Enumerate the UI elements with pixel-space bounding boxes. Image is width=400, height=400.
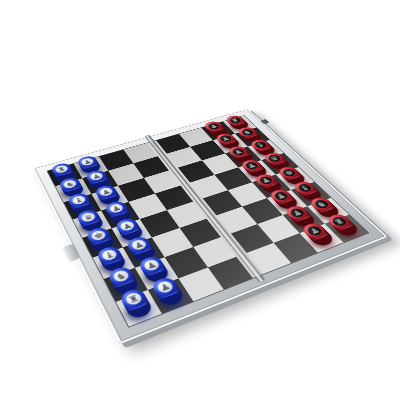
pawn-glyph-icon: ♟ — [305, 225, 324, 237]
knight-glyph-icon: ♞ — [240, 128, 255, 136]
bishop-glyph-icon: ♝ — [100, 248, 118, 261]
pawn-glyph-icon: ♟ — [257, 175, 274, 185]
king-glyph-icon: ♚ — [281, 168, 298, 178]
bishop-glyph-icon: ♝ — [71, 195, 87, 206]
pawn-glyph-icon: ♟ — [230, 147, 246, 156]
rook-glyph-icon: ♜ — [228, 116, 242, 124]
pawn-glyph-icon: ♟ — [119, 220, 136, 232]
queen-glyph-icon: ♛ — [80, 211, 97, 223]
pawn-glyph-icon: ♟ — [155, 280, 175, 295]
pawn-glyph-icon: ♟ — [98, 187, 114, 198]
king-glyph-icon: ♚ — [90, 229, 107, 241]
bishop-glyph-icon: ♝ — [253, 141, 268, 150]
pawn-glyph-icon: ♟ — [288, 207, 306, 218]
pawn-glyph-icon: ♟ — [108, 203, 125, 214]
piece-red-rook[interactable]: ♜ — [331, 219, 361, 238]
bishop-glyph-icon: ♝ — [296, 183, 313, 193]
queen-glyph-icon: ♛ — [266, 154, 282, 163]
knight-glyph-icon: ♞ — [62, 179, 78, 189]
pawn-glyph-icon: ♟ — [218, 134, 233, 142]
chess-board-3d-wrapper: ♜♟♟♜♞♟♟♞♝♟♟♝♛♟♟♛♚♟♟♚♝♟♟♝♞♟♟♞♜♟♟♜ — [33, 108, 388, 344]
piece-blue-rook[interactable]: ♜ — [123, 295, 155, 320]
product-photo-scene: ♜♟♟♜♞♟♟♞♝♟♟♝♛♟♟♛♚♟♟♚♝♟♟♝♞♟♟♞♜♟♟♜ — [0, 0, 400, 400]
pawn-glyph-icon: ♟ — [130, 238, 148, 251]
pawn-glyph-icon: ♟ — [89, 171, 104, 181]
pawn-glyph-icon: ♟ — [80, 157, 95, 166]
pawn-glyph-icon: ♟ — [244, 161, 260, 170]
piece-red-pawn[interactable]: ♟ — [306, 228, 336, 248]
pawn-glyph-icon: ♟ — [206, 122, 221, 130]
piece-blue-pawn[interactable]: ♟ — [155, 284, 186, 308]
knight-glyph-icon: ♞ — [112, 269, 131, 283]
rook-glyph-icon: ♜ — [124, 291, 144, 307]
knight-glyph-icon: ♞ — [312, 199, 330, 210]
pawn-glyph-icon: ♟ — [272, 191, 289, 202]
rook-glyph-icon: ♜ — [54, 164, 69, 174]
pawn-glyph-icon: ♟ — [142, 258, 161, 272]
rook-glyph-icon: ♜ — [330, 216, 349, 228]
